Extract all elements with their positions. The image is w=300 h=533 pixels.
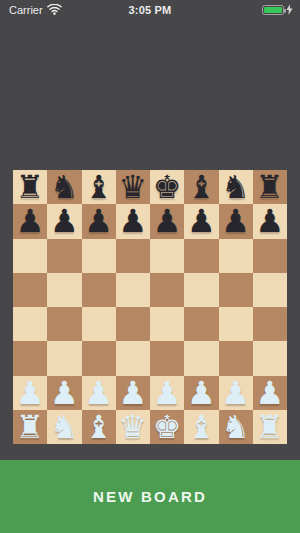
white-bishop: ♝ bbox=[84, 411, 113, 443]
black-rook: ♜ bbox=[16, 171, 45, 203]
square-g6[interactable] bbox=[219, 239, 253, 273]
black-pawn: ♟ bbox=[187, 205, 216, 237]
square-h3[interactable] bbox=[253, 341, 287, 375]
square-f2[interactable]: ♟ bbox=[184, 376, 218, 410]
square-f3[interactable] bbox=[184, 341, 218, 375]
clock-time: 3:05 PM bbox=[129, 4, 172, 16]
square-h5[interactable] bbox=[253, 273, 287, 307]
square-a7[interactable]: ♟ bbox=[13, 204, 47, 238]
square-e7[interactable]: ♟ bbox=[150, 204, 184, 238]
square-e8[interactable]: ♚ bbox=[150, 170, 184, 204]
white-pawn: ♟ bbox=[256, 377, 285, 409]
white-pawn: ♟ bbox=[187, 377, 216, 409]
white-knight: ♞ bbox=[50, 411, 79, 443]
white-pawn: ♟ bbox=[221, 377, 250, 409]
square-g8[interactable]: ♞ bbox=[219, 170, 253, 204]
square-g5[interactable] bbox=[219, 273, 253, 307]
square-c8[interactable]: ♝ bbox=[82, 170, 116, 204]
square-g7[interactable]: ♟ bbox=[219, 204, 253, 238]
black-pawn: ♟ bbox=[50, 205, 79, 237]
square-b2[interactable]: ♟ bbox=[47, 376, 81, 410]
black-rook: ♜ bbox=[256, 171, 285, 203]
square-b8[interactable]: ♞ bbox=[47, 170, 81, 204]
square-a1[interactable]: ♜ bbox=[13, 410, 47, 444]
status-bar: Carrier 3:05 PM bbox=[0, 0, 300, 20]
square-h4[interactable] bbox=[253, 307, 287, 341]
battery-icon bbox=[262, 5, 284, 15]
square-c2[interactable]: ♟ bbox=[82, 376, 116, 410]
black-king: ♚ bbox=[153, 171, 182, 203]
square-b5[interactable] bbox=[47, 273, 81, 307]
square-f7[interactable]: ♟ bbox=[184, 204, 218, 238]
black-pawn: ♟ bbox=[119, 205, 148, 237]
square-d1[interactable]: ♛ bbox=[116, 410, 150, 444]
square-g3[interactable] bbox=[219, 341, 253, 375]
white-bishop: ♝ bbox=[187, 411, 216, 443]
square-c7[interactable]: ♟ bbox=[82, 204, 116, 238]
square-b3[interactable] bbox=[47, 341, 81, 375]
square-h2[interactable]: ♟ bbox=[253, 376, 287, 410]
square-a2[interactable]: ♟ bbox=[13, 376, 47, 410]
white-pawn: ♟ bbox=[16, 377, 45, 409]
square-g4[interactable] bbox=[219, 307, 253, 341]
square-c3[interactable] bbox=[82, 341, 116, 375]
square-c6[interactable] bbox=[82, 239, 116, 273]
square-g1[interactable]: ♞ bbox=[219, 410, 253, 444]
square-b4[interactable] bbox=[47, 307, 81, 341]
charging-bolt-icon bbox=[286, 4, 293, 17]
square-e6[interactable] bbox=[150, 239, 184, 273]
white-rook: ♜ bbox=[16, 411, 45, 443]
black-queen: ♛ bbox=[119, 171, 148, 203]
black-bishop: ♝ bbox=[84, 171, 113, 203]
white-queen: ♛ bbox=[119, 411, 148, 443]
square-d6[interactable] bbox=[116, 239, 150, 273]
square-c1[interactable]: ♝ bbox=[82, 410, 116, 444]
square-a8[interactable]: ♜ bbox=[13, 170, 47, 204]
black-pawn: ♟ bbox=[84, 205, 113, 237]
square-f4[interactable] bbox=[184, 307, 218, 341]
black-pawn: ♟ bbox=[221, 205, 250, 237]
square-b1[interactable]: ♞ bbox=[47, 410, 81, 444]
square-d4[interactable] bbox=[116, 307, 150, 341]
black-knight: ♞ bbox=[221, 171, 250, 203]
white-pawn: ♟ bbox=[119, 377, 148, 409]
square-h6[interactable] bbox=[253, 239, 287, 273]
square-f1[interactable]: ♝ bbox=[184, 410, 218, 444]
square-e1[interactable]: ♚ bbox=[150, 410, 184, 444]
square-g2[interactable]: ♟ bbox=[219, 376, 253, 410]
black-bishop: ♝ bbox=[187, 171, 216, 203]
square-f6[interactable] bbox=[184, 239, 218, 273]
square-c5[interactable] bbox=[82, 273, 116, 307]
square-h7[interactable]: ♟ bbox=[253, 204, 287, 238]
square-h8[interactable]: ♜ bbox=[253, 170, 287, 204]
white-pawn: ♟ bbox=[84, 377, 113, 409]
white-king: ♚ bbox=[153, 411, 182, 443]
chess-board: ♜♞♝♛♚♝♞♜♟♟♟♟♟♟♟♟♟♟♟♟♟♟♟♟♜♞♝♛♚♝♞♜ bbox=[13, 170, 287, 444]
black-pawn: ♟ bbox=[16, 205, 45, 237]
square-e5[interactable] bbox=[150, 273, 184, 307]
black-pawn: ♟ bbox=[153, 205, 182, 237]
square-d3[interactable] bbox=[116, 341, 150, 375]
square-a6[interactable] bbox=[13, 239, 47, 273]
square-a3[interactable] bbox=[13, 341, 47, 375]
square-c4[interactable] bbox=[82, 307, 116, 341]
square-h1[interactable]: ♜ bbox=[253, 410, 287, 444]
white-rook: ♜ bbox=[256, 411, 285, 443]
square-d7[interactable]: ♟ bbox=[116, 204, 150, 238]
square-a5[interactable] bbox=[13, 273, 47, 307]
square-f5[interactable] bbox=[184, 273, 218, 307]
white-pawn: ♟ bbox=[153, 377, 182, 409]
square-b6[interactable] bbox=[47, 239, 81, 273]
black-pawn: ♟ bbox=[256, 205, 285, 237]
square-d5[interactable] bbox=[116, 273, 150, 307]
new-board-button-label: NEW BOARD bbox=[93, 488, 207, 505]
square-d8[interactable]: ♛ bbox=[116, 170, 150, 204]
square-b7[interactable]: ♟ bbox=[47, 204, 81, 238]
square-e2[interactable]: ♟ bbox=[150, 376, 184, 410]
black-knight: ♞ bbox=[50, 171, 79, 203]
square-e4[interactable] bbox=[150, 307, 184, 341]
square-e3[interactable] bbox=[150, 341, 184, 375]
square-f8[interactable]: ♝ bbox=[184, 170, 218, 204]
new-board-button[interactable]: NEW BOARD bbox=[0, 460, 300, 533]
white-pawn: ♟ bbox=[50, 377, 79, 409]
white-knight: ♞ bbox=[221, 411, 250, 443]
square-a4[interactable] bbox=[13, 307, 47, 341]
square-d2[interactable]: ♟ bbox=[116, 376, 150, 410]
